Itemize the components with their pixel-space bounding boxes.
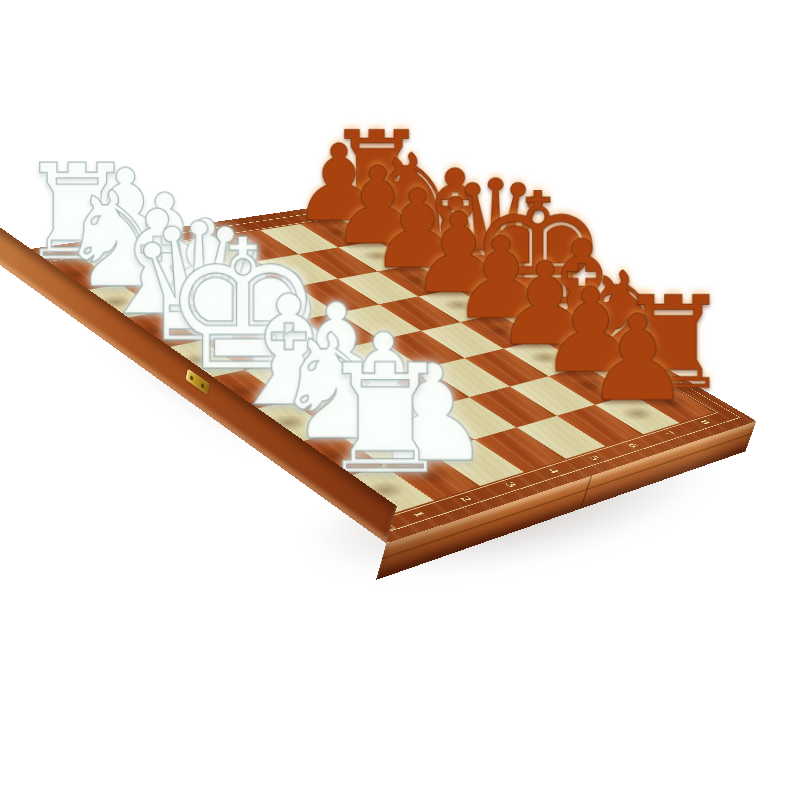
black-pawn-h7: ♟	[561, 320, 715, 418]
chess-board: ~ BHB ♜♟♟♜♞♟♟♞♝♟♟♝♛♟♟♛♚♟♟♚♝♟♟♝♞♟♟♞♜♟♟♜ A…	[0, 199, 756, 544]
brass-clasp	[186, 369, 210, 395]
fold-seam-side	[580, 475, 592, 509]
